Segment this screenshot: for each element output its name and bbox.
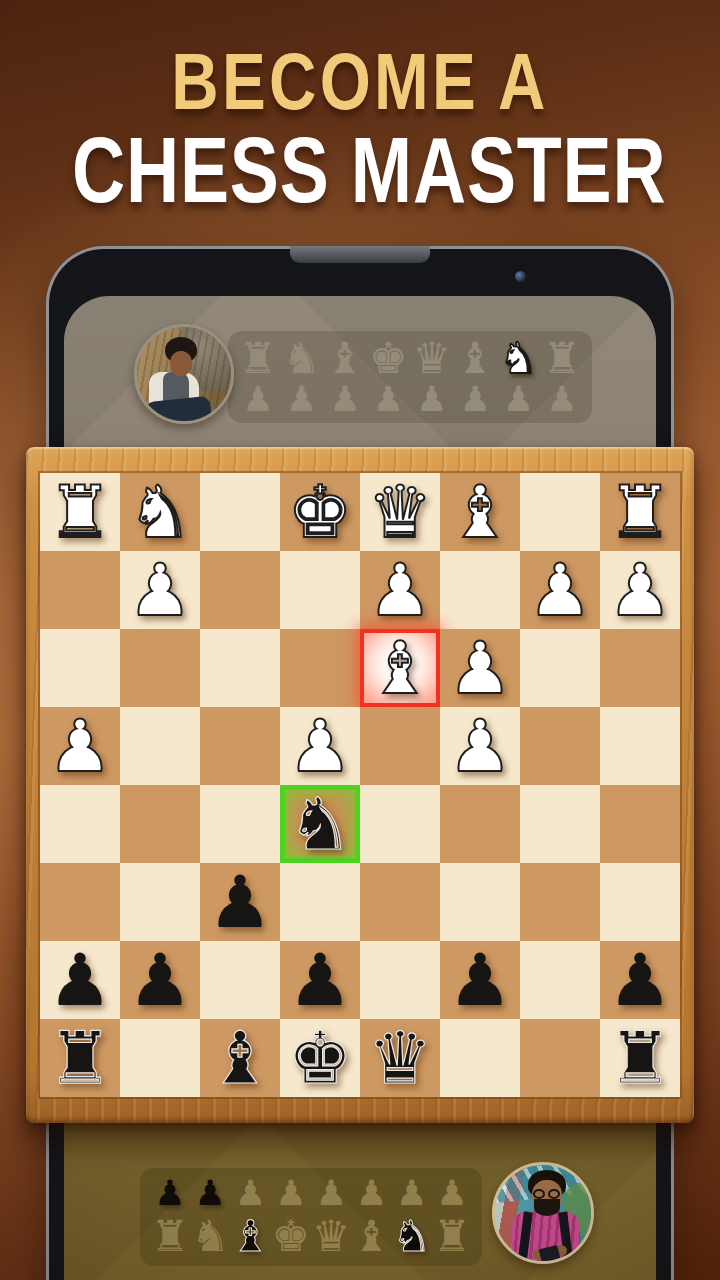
- square-g6[interactable]: [120, 863, 200, 941]
- square-f1[interactable]: [200, 473, 280, 551]
- square-c5[interactable]: [440, 785, 520, 863]
- white-pawn[interactable]: ♟: [48, 707, 113, 785]
- ghost-pawn-icon: ♟: [432, 1176, 472, 1211]
- square-h8[interactable]: ♜: [40, 1019, 120, 1097]
- black-pawn[interactable]: ♟: [48, 941, 113, 1019]
- square-h3[interactable]: [40, 629, 120, 707]
- square-d2[interactable]: ♟: [360, 551, 440, 629]
- square-e2[interactable]: [280, 551, 360, 629]
- square-c1[interactable]: ♝: [440, 473, 520, 551]
- square-f6[interactable]: ♟: [200, 863, 280, 941]
- square-e4[interactable]: ♟: [280, 707, 360, 785]
- ghost-king-icon: ♚: [271, 1215, 311, 1258]
- square-b2[interactable]: ♟: [520, 551, 600, 629]
- chess-board: ♜♞♚♛♝♜♟♟♟♟♝♟♟♟♟♞♟♟♟♟♟♟♜♝♚♛♜: [26, 447, 694, 1123]
- ghost-rook-icon: ♜: [238, 337, 278, 380]
- ghost-pawn-icon: ♟: [271, 1176, 311, 1211]
- square-f4[interactable]: [200, 707, 280, 785]
- ghost-pawn-icon: ♟: [311, 1176, 351, 1211]
- square-g7[interactable]: ♟: [120, 941, 200, 1019]
- white-bishop[interactable]: ♝: [368, 629, 433, 707]
- square-g5[interactable]: [120, 785, 200, 863]
- player-captured-tray: ♟♟♟♟♟♟♟♟ ♜♞♝♚♛♝♞♜: [140, 1168, 482, 1266]
- white-knight[interactable]: ♞: [128, 473, 193, 551]
- black-king[interactable]: ♚: [288, 1019, 353, 1097]
- black-knight[interactable]: ♞: [288, 785, 353, 863]
- promo-screenshot: BECOME A CHESS MASTER ♜♞♝♚♛♝♞♜ ♟♟♟♟♟♟♟♟ …: [0, 0, 720, 1280]
- tray-pawns-row: ♟♟♟♟♟♟♟♟: [238, 382, 582, 417]
- captured-white-knight-icon: ♞: [499, 337, 539, 380]
- black-rook[interactable]: ♜: [608, 1019, 673, 1097]
- ghost-queen-icon: ♛: [311, 1215, 351, 1258]
- white-pawn[interactable]: ♟: [288, 707, 353, 785]
- square-f7[interactable]: [200, 941, 280, 1019]
- player-avatar[interactable]: [492, 1162, 594, 1264]
- square-g2[interactable]: ♟: [120, 551, 200, 629]
- square-b3[interactable]: [520, 629, 600, 707]
- phone-notch: [290, 246, 430, 263]
- phone-in-hand-icon: [539, 1245, 561, 1263]
- ghost-pawn-icon: ♟: [351, 1176, 391, 1211]
- square-b8[interactable]: [520, 1019, 600, 1097]
- tray-pieces-row: ♜♞♝♚♛♝♞♜: [150, 1215, 472, 1258]
- white-pawn[interactable]: ♟: [368, 551, 433, 629]
- board-grid: ♜♞♚♛♝♜♟♟♟♟♝♟♟♟♟♞♟♟♟♟♟♟♜♝♚♛♜: [40, 473, 680, 1097]
- ghost-pawn-icon: ♟: [499, 382, 539, 417]
- black-pawn[interactable]: ♟: [128, 941, 193, 1019]
- headline-line2: CHESS MASTER: [72, 118, 648, 223]
- white-rook[interactable]: ♜: [48, 473, 113, 551]
- square-c6[interactable]: [440, 863, 520, 941]
- square-a2[interactable]: ♟: [600, 551, 680, 629]
- tray-pieces-row: ♜♞♝♚♛♝♞♜: [238, 337, 582, 380]
- captured-black-bishop-icon: ♝: [231, 1215, 271, 1258]
- ghost-knight-icon: ♞: [190, 1215, 230, 1258]
- square-a4[interactable]: [600, 707, 680, 785]
- white-bishop[interactable]: ♝: [448, 473, 513, 551]
- ghost-pawn-icon: ♟: [455, 382, 495, 417]
- square-g1[interactable]: ♞: [120, 473, 200, 551]
- square-c4[interactable]: ♟: [440, 707, 520, 785]
- white-pawn[interactable]: ♟: [448, 629, 513, 707]
- square-h4[interactable]: ♟: [40, 707, 120, 785]
- square-h7[interactable]: ♟: [40, 941, 120, 1019]
- square-a6[interactable]: [600, 863, 680, 941]
- square-d3[interactable]: ♝: [360, 629, 440, 707]
- ghost-bishop-icon: ♝: [351, 1215, 391, 1258]
- ghost-pawn-icon: ♟: [392, 1176, 432, 1211]
- ghost-rook-icon: ♜: [150, 1215, 190, 1258]
- square-d6[interactable]: [360, 863, 440, 941]
- ghost-pawn-icon: ♟: [281, 382, 321, 417]
- square-b4[interactable]: [520, 707, 600, 785]
- square-f5[interactable]: [200, 785, 280, 863]
- square-e5[interactable]: ♞: [280, 785, 360, 863]
- white-pawn[interactable]: ♟: [128, 551, 193, 629]
- square-h2[interactable]: [40, 551, 120, 629]
- captured-black-pawn-icon: ♟: [190, 1176, 230, 1211]
- opponent-captured-tray: ♜♞♝♚♛♝♞♜ ♟♟♟♟♟♟♟♟: [228, 331, 592, 423]
- square-d4[interactable]: [360, 707, 440, 785]
- ghost-king-icon: ♚: [368, 337, 408, 380]
- square-g8[interactable]: [120, 1019, 200, 1097]
- ghost-pawn-icon: ♟: [412, 382, 452, 417]
- square-f2[interactable]: [200, 551, 280, 629]
- square-a8[interactable]: ♜: [600, 1019, 680, 1097]
- black-bishop[interactable]: ♝: [208, 1019, 273, 1097]
- captured-black-knight-icon: ♞: [392, 1215, 432, 1258]
- ghost-pawn-icon: ♟: [325, 382, 365, 417]
- square-c8[interactable]: [440, 1019, 520, 1097]
- ghost-pawn-icon: ♟: [238, 382, 278, 417]
- square-a3[interactable]: [600, 629, 680, 707]
- black-pawn[interactable]: ♟: [288, 941, 353, 1019]
- square-d5[interactable]: [360, 785, 440, 863]
- ghost-bishop-icon: ♝: [325, 337, 365, 380]
- white-pawn[interactable]: ♟: [448, 707, 513, 785]
- white-pawn[interactable]: ♟: [528, 551, 593, 629]
- square-f8[interactable]: ♝: [200, 1019, 280, 1097]
- black-queen[interactable]: ♛: [368, 1019, 433, 1097]
- ghost-pawn-icon: ♟: [368, 382, 408, 417]
- black-pawn[interactable]: ♟: [208, 863, 273, 941]
- square-g4[interactable]: [120, 707, 200, 785]
- square-a7[interactable]: ♟: [600, 941, 680, 1019]
- ghost-knight-icon: ♞: [281, 337, 321, 380]
- square-e1[interactable]: ♚: [280, 473, 360, 551]
- ghost-bishop-icon: ♝: [455, 337, 495, 380]
- square-a5[interactable]: [600, 785, 680, 863]
- square-e3[interactable]: [280, 629, 360, 707]
- square-c7[interactable]: ♟: [440, 941, 520, 1019]
- captured-black-pawn-icon: ♟: [150, 1176, 190, 1211]
- ghost-pawn-icon: ♟: [231, 1176, 271, 1211]
- ghost-rook-icon: ♜: [542, 337, 582, 380]
- square-h5[interactable]: [40, 785, 120, 863]
- black-pawn[interactable]: ♟: [448, 941, 513, 1019]
- white-pawn[interactable]: ♟: [608, 551, 673, 629]
- square-d7[interactable]: [360, 941, 440, 1019]
- square-d1[interactable]: ♛: [360, 473, 440, 551]
- square-g3[interactable]: [120, 629, 200, 707]
- ghost-pawn-icon: ♟: [542, 382, 582, 417]
- ghost-queen-icon: ♛: [412, 337, 452, 380]
- square-b6[interactable]: [520, 863, 600, 941]
- tray-pawns-row: ♟♟♟♟♟♟♟♟: [150, 1176, 472, 1211]
- square-e8[interactable]: ♚: [280, 1019, 360, 1097]
- white-king[interactable]: ♚: [288, 473, 353, 551]
- square-e7[interactable]: ♟: [280, 941, 360, 1019]
- square-h1[interactable]: ♜: [40, 473, 120, 551]
- square-c2[interactable]: [440, 551, 520, 629]
- white-rook[interactable]: ♜: [608, 473, 673, 551]
- square-c3[interactable]: ♟: [440, 629, 520, 707]
- square-f3[interactable]: [200, 629, 280, 707]
- square-d8[interactable]: ♛: [360, 1019, 440, 1097]
- square-h6[interactable]: [40, 863, 120, 941]
- opponent-avatar[interactable]: [134, 324, 234, 424]
- square-b7[interactable]: [520, 941, 600, 1019]
- square-e6[interactable]: [280, 863, 360, 941]
- black-pawn[interactable]: ♟: [608, 941, 673, 1019]
- square-a1[interactable]: ♜: [600, 473, 680, 551]
- front-camera-icon: [515, 271, 526, 282]
- white-queen[interactable]: ♛: [368, 473, 433, 551]
- ghost-rook-icon: ♜: [432, 1215, 472, 1258]
- square-b1[interactable]: [520, 473, 600, 551]
- square-b5[interactable]: [520, 785, 600, 863]
- headline-line1: BECOME A: [65, 36, 655, 128]
- black-rook[interactable]: ♜: [48, 1019, 113, 1097]
